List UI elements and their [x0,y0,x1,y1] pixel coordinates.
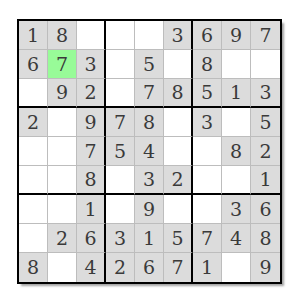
cell-r9c3[interactable]: 4 [77,253,106,282]
cell-r3c8[interactable]: 1 [222,79,251,108]
cell-r9c1[interactable]: 8 [19,253,48,282]
sudoku-board-wrapper: 1836976735892785132978357548283211936263… [17,19,282,284]
cell-r5c3[interactable]: 7 [77,137,106,166]
cell-r9c9[interactable]: 9 [251,253,280,282]
cell-r9c5[interactable]: 6 [135,253,164,282]
cell-r9c2[interactable] [48,253,77,282]
cell-r9c8[interactable] [222,253,251,282]
cell-r7c3[interactable]: 1 [77,195,106,224]
cell-r7c2[interactable] [48,195,77,224]
cell-r1c6[interactable]: 3 [164,21,193,50]
cell-r6c7[interactable] [193,166,222,195]
cell-r1c4[interactable] [106,21,135,50]
cell-r7c1[interactable] [19,195,48,224]
cell-r2c9[interactable] [251,50,280,79]
cell-r4c3[interactable]: 9 [77,108,106,137]
cell-r5c1[interactable] [19,137,48,166]
cell-r1c9[interactable]: 7 [251,21,280,50]
cell-r4c4[interactable]: 7 [106,108,135,137]
cell-r2c2[interactable]: 7 [48,50,77,79]
cell-r9c7[interactable]: 1 [193,253,222,282]
cell-r7c7[interactable] [193,195,222,224]
cell-r1c3[interactable] [77,21,106,50]
cell-r3c2[interactable]: 9 [48,79,77,108]
cell-r3c6[interactable]: 8 [164,79,193,108]
cell-r5c4[interactable]: 5 [106,137,135,166]
cell-r4c9[interactable]: 5 [251,108,280,137]
cell-r1c2[interactable]: 8 [48,21,77,50]
cell-r2c4[interactable] [106,50,135,79]
cell-r4c7[interactable]: 3 [193,108,222,137]
cell-r6c3[interactable]: 8 [77,166,106,195]
cell-r8c2[interactable]: 2 [48,224,77,253]
cell-r2c6[interactable] [164,50,193,79]
cell-r8c4[interactable]: 3 [106,224,135,253]
cell-r6c9[interactable]: 1 [251,166,280,195]
cell-r1c1[interactable]: 1 [19,21,48,50]
cell-r3c7[interactable]: 5 [193,79,222,108]
cell-r3c1[interactable] [19,79,48,108]
cell-r2c8[interactable] [222,50,251,79]
cell-r7c8[interactable]: 3 [222,195,251,224]
cell-r8c6[interactable]: 5 [164,224,193,253]
cell-r5c8[interactable]: 8 [222,137,251,166]
cell-r6c4[interactable] [106,166,135,195]
cell-r7c6[interactable] [164,195,193,224]
cell-r9c6[interactable]: 7 [164,253,193,282]
cell-r7c4[interactable] [106,195,135,224]
cell-r4c8[interactable] [222,108,251,137]
sudoku-board: 1836976735892785132978357548283211936263… [17,19,282,284]
cell-r5c2[interactable] [48,137,77,166]
page: 1836976735892785132978357548283211936263… [0,0,300,300]
cell-r4c1[interactable]: 2 [19,108,48,137]
cell-r8c5[interactable]: 1 [135,224,164,253]
cell-r2c1[interactable]: 6 [19,50,48,79]
cell-r4c2[interactable] [48,108,77,137]
cell-r8c9[interactable]: 8 [251,224,280,253]
cell-r8c7[interactable]: 7 [193,224,222,253]
cell-r2c5[interactable]: 5 [135,50,164,79]
cell-r5c5[interactable]: 4 [135,137,164,166]
cell-r4c6[interactable] [164,108,193,137]
cell-r1c8[interactable]: 9 [222,21,251,50]
cell-r4c5[interactable]: 8 [135,108,164,137]
cell-r5c9[interactable]: 2 [251,137,280,166]
cell-r7c5[interactable]: 9 [135,195,164,224]
cell-r3c5[interactable]: 7 [135,79,164,108]
cell-r6c8[interactable] [222,166,251,195]
cell-r5c6[interactable] [164,137,193,166]
cell-r8c8[interactable]: 4 [222,224,251,253]
cell-r2c7[interactable]: 8 [193,50,222,79]
cell-r5c7[interactable] [193,137,222,166]
cell-r8c3[interactable]: 6 [77,224,106,253]
cell-r3c4[interactable] [106,79,135,108]
cell-r6c6[interactable]: 2 [164,166,193,195]
cell-r8c1[interactable] [19,224,48,253]
cell-r1c7[interactable]: 6 [193,21,222,50]
cell-r6c1[interactable] [19,166,48,195]
cell-r3c9[interactable]: 3 [251,79,280,108]
cell-r6c5[interactable]: 3 [135,166,164,195]
cell-r6c2[interactable] [48,166,77,195]
cell-r9c4[interactable]: 2 [106,253,135,282]
cell-r1c5[interactable] [135,21,164,50]
cell-r7c9[interactable]: 6 [251,195,280,224]
cell-r3c3[interactable]: 2 [77,79,106,108]
cell-r2c3[interactable]: 3 [77,50,106,79]
